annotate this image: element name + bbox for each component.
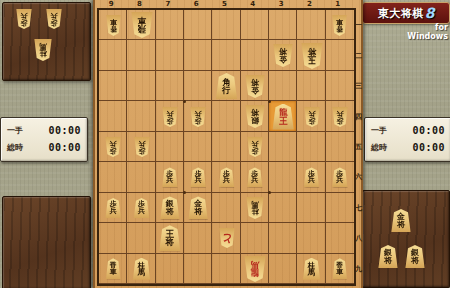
shogi-piece-label: 歩兵: [110, 140, 117, 153]
board-grid: 香車飛車香車金将玉将角行金将歩兵歩兵銀将龍王歩兵歩兵歩兵歩兵歩兵歩兵歩兵歩兵歩兵…: [97, 8, 356, 286]
left-move-time: 00:00: [48, 125, 81, 136]
file-label-2: 2: [295, 0, 323, 8]
logo-subtitle: for Windows: [392, 23, 448, 41]
board-cell-3e[interactable]: [269, 132, 297, 162]
shogi-piece-label: 銀将: [251, 109, 259, 124]
shogi-piece[interactable]: 歩兵: [105, 198, 121, 218]
shogi-piece-label: 飛車: [137, 17, 146, 33]
shogi-piece[interactable]: 銀将: [378, 245, 398, 268]
board-cell-1b[interactable]: [326, 40, 354, 70]
shogi-piece-label: 金将: [397, 213, 405, 228]
board-cell-3a[interactable]: [269, 10, 297, 40]
board-cell-4b[interactable]: [241, 40, 269, 70]
board-cell-7a[interactable]: [156, 10, 184, 40]
right-total-label: 総時: [371, 142, 387, 153]
board-cell-8f[interactable]: [127, 162, 155, 192]
shogi-piece[interactable]: 桂馬: [303, 258, 321, 280]
board-cell-9b[interactable]: [99, 40, 127, 70]
left-move-label: 一手: [7, 125, 23, 136]
left-clock-move-row: 一手 00:00: [7, 122, 81, 139]
board-cell-2e[interactable]: [297, 132, 325, 162]
shogi-piece-label: 歩兵: [336, 171, 343, 184]
shogi-piece-label: 桂馬: [138, 262, 146, 276]
logo-title-text: 東大将棋: [378, 6, 424, 21]
shogi-piece-label: 桂馬: [39, 43, 47, 57]
file-label-4: 4: [239, 0, 267, 8]
board-cell-7b[interactable]: [156, 40, 184, 70]
board-cell-5i[interactable]: [212, 254, 240, 284]
shogi-piece-label: 桂馬: [251, 201, 259, 215]
shogi-piece[interactable]: 桂馬: [133, 258, 151, 280]
board-cell-6h[interactable]: [184, 223, 212, 253]
shogi-piece-label: 銀将: [411, 249, 419, 264]
shogi-piece-label: 歩兵: [195, 171, 202, 184]
shogi-piece[interactable]: 歩兵: [304, 167, 320, 187]
board-cell-2a[interactable]: [297, 10, 325, 40]
shogi-piece-label: 歩兵: [308, 171, 315, 184]
right-clock-move-row: 一手 00:00: [371, 122, 445, 139]
board-cell-2h[interactable]: [297, 223, 325, 253]
hoshi-dot: [183, 191, 186, 194]
board-cell-7i[interactable]: [156, 254, 184, 284]
board-cell-2c[interactable]: [297, 71, 325, 101]
left-total-time: 00:00: [48, 142, 81, 153]
shogi-piece[interactable]: 角行: [216, 73, 238, 99]
board-cell-5a[interactable]: [212, 10, 240, 40]
board-cell-6e[interactable]: [184, 132, 212, 162]
board-cell-6c[interactable]: [184, 71, 212, 101]
board-cell-1g[interactable]: [326, 193, 354, 223]
shogi-piece-label: 香車: [336, 19, 343, 32]
board-cell-5g[interactable]: [212, 193, 240, 223]
board-cell-8h[interactable]: [127, 223, 155, 253]
board-cell-3c[interactable]: [269, 71, 297, 101]
shogi-piece-label: 龍馬: [251, 261, 260, 277]
shogi-piece-label: 銀将: [166, 200, 174, 215]
left-total-label: 総時: [7, 142, 23, 153]
board-cell-2g[interactable]: [297, 193, 325, 223]
shogi-piece[interactable]: 香車: [332, 258, 347, 279]
shogi-piece-label: 歩兵: [308, 110, 315, 123]
file-label-1: 1: [324, 0, 352, 8]
hoshi-dot: [268, 191, 271, 194]
shogi-piece[interactable]: 歩兵: [219, 167, 235, 187]
shogi-piece[interactable]: 桂馬: [34, 39, 52, 61]
shogi-piece-label: 角行: [222, 78, 231, 94]
shogi-piece[interactable]: 歩兵: [247, 167, 263, 187]
board-cell-9f[interactable]: [99, 162, 127, 192]
board-cell-3i[interactable]: [269, 254, 297, 284]
right-move-label: 一手: [371, 125, 387, 136]
shogi-piece-label: 香車: [110, 19, 117, 32]
file-label-5: 5: [210, 0, 238, 8]
shogi-piece-label: 歩兵: [138, 140, 145, 153]
shogi-piece[interactable]: 歩兵: [46, 9, 62, 29]
board-cell-5b[interactable]: [212, 40, 240, 70]
shogi-piece-label: 桂馬: [308, 262, 316, 276]
board-cell-9c[interactable]: [99, 71, 127, 101]
right-move-time: 00:00: [412, 125, 445, 136]
shogi-piece[interactable]: 銀将: [405, 245, 425, 268]
board-cell-1h[interactable]: [326, 223, 354, 253]
board-cell-3h[interactable]: [269, 223, 297, 253]
gote-hand-tray: 歩兵歩兵桂馬: [2, 2, 91, 81]
board-cell-9h[interactable]: [99, 223, 127, 253]
board-cell-7e[interactable]: [156, 132, 184, 162]
shogi-piece[interactable]: 王将: [159, 225, 181, 251]
shogi-piece[interactable]: 歩兵: [134, 198, 150, 218]
shogi-piece-label: 歩兵: [195, 110, 202, 123]
shogi-piece-label: 香車: [110, 262, 117, 275]
hoshi-dot: [268, 100, 271, 103]
board-cell-6a[interactable]: [184, 10, 212, 40]
board-cell-1c[interactable]: [326, 71, 354, 101]
board-cell-6i[interactable]: [184, 254, 212, 284]
right-total-time: 00:00: [412, 142, 445, 153]
hoshi-dot: [183, 100, 186, 103]
shogi-piece-label: 歩兵: [138, 201, 145, 214]
board-cell-7c[interactable]: [156, 71, 184, 101]
right-clock-panel: 一手 00:00 総時 00:00: [364, 117, 450, 162]
app-background: 歩兵歩兵桂馬 金将銀将銀将 一手 00:00 総時 00:00 一手 00:00…: [0, 0, 450, 288]
shogi-piece[interactable]: 歩兵: [190, 167, 206, 187]
shogi-piece-label: 金将: [194, 200, 202, 215]
board-cell-5e[interactable]: [212, 132, 240, 162]
board-cell-8b[interactable]: [127, 40, 155, 70]
shogi-piece-label: 王将: [166, 230, 175, 246]
shogi-piece-label: 金将: [251, 79, 259, 94]
board-cell-1e[interactable]: [326, 132, 354, 162]
board-cell-4h[interactable]: [241, 223, 269, 253]
board-cell-3g[interactable]: [269, 193, 297, 223]
sente-hand-tray: 金将銀将銀将: [362, 190, 450, 288]
shogi-piece[interactable]: 金将: [188, 196, 208, 219]
shogi-piece[interactable]: 香車: [106, 258, 121, 279]
shogi-piece-label: 金将: [279, 48, 287, 63]
file-label-8: 8: [125, 0, 153, 8]
shogi-board: 987654321 一二三四五六七八九 香車飛車香車金将玉将角行金将歩兵歩兵銀将…: [93, 0, 363, 288]
shogi-piece-label: 銀将: [384, 249, 392, 264]
empty-tray: [2, 196, 91, 288]
shogi-piece[interactable]: 龍王: [272, 104, 294, 130]
shogi-piece-label: 歩兵: [110, 201, 117, 214]
logo-version-number: 8: [425, 5, 435, 21]
shogi-piece-label: 歩兵: [251, 140, 258, 153]
board-cell-6b[interactable]: [184, 40, 212, 70]
shogi-piece[interactable]: 歩兵: [332, 167, 348, 187]
file-label-7: 7: [154, 0, 182, 8]
board-cell-3f[interactable]: [269, 162, 297, 192]
shogi-piece-label: 玉将: [307, 48, 316, 64]
shogi-piece[interactable]: 銀将: [160, 196, 180, 219]
left-clock-total-row: 総時 00:00: [7, 139, 81, 156]
shogi-piece-label: 歩兵: [166, 171, 173, 184]
board-cell-9d[interactable]: [99, 101, 127, 131]
board-cell-8d[interactable]: [127, 101, 155, 131]
board-cell-4a[interactable]: [241, 10, 269, 40]
shogi-piece-label: 歩兵: [166, 110, 173, 123]
left-clock-panel: 一手 00:00 総時 00:00: [0, 117, 88, 162]
file-labels: 987654321: [97, 0, 352, 8]
shogi-piece-label: 歩兵: [336, 110, 343, 123]
shogi-piece[interactable]: 歩兵: [162, 167, 178, 187]
shogi-piece-label: 龍王: [279, 108, 288, 124]
file-label-3: 3: [267, 0, 295, 8]
shogi-piece-label: 歩兵: [51, 12, 58, 25]
shogi-piece-label: と: [221, 233, 232, 243]
board-cell-5d[interactable]: [212, 101, 240, 131]
right-clock-total-row: 総時 00:00: [371, 139, 445, 156]
shogi-piece-label: 歩兵: [223, 171, 230, 184]
file-label-6: 6: [182, 0, 210, 8]
board-cell-8c[interactable]: [127, 71, 155, 101]
file-label-9: 9: [97, 0, 125, 8]
shogi-piece[interactable]: 歩兵: [16, 9, 32, 29]
shogi-piece-label: 歩兵: [21, 12, 28, 25]
shogi-piece-label: 香車: [336, 262, 343, 275]
shogi-piece-label: 歩兵: [251, 171, 258, 184]
shogi-piece[interactable]: 金将: [391, 209, 411, 232]
app-logo: 東大将棋 8: [362, 2, 450, 24]
